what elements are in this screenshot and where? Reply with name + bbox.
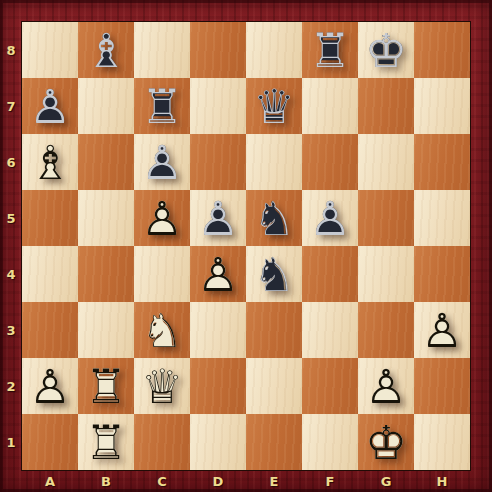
piece-white-pawn-c5[interactable]: ♟♙ xyxy=(134,190,190,246)
square-f1[interactable] xyxy=(302,414,358,470)
piece-outline-glyph: ♙ xyxy=(190,246,246,302)
chess-board: ♝♗♜♖♚♔♟♙♜♖♛♕♝♗♟♙♟♙♟♙♞♘♟♙♟♙♞♘♞♘♟♙♟♙♜♖♛♕♟♙… xyxy=(22,22,470,470)
square-d6[interactable] xyxy=(190,134,246,190)
square-c2[interactable]: ♛♕ xyxy=(134,358,190,414)
piece-outline-glyph: ♖ xyxy=(302,22,358,78)
piece-black-rook-c7[interactable]: ♜♖ xyxy=(134,78,190,134)
square-a8[interactable] xyxy=(22,22,78,78)
piece-outline-glyph: ♙ xyxy=(358,358,414,414)
piece-outline-glyph: ♗ xyxy=(78,22,134,78)
piece-outline-glyph: ♔ xyxy=(358,414,414,470)
rank-label-4: 4 xyxy=(0,246,22,302)
rank-label-2: 2 xyxy=(0,358,22,414)
square-h4[interactable] xyxy=(414,246,470,302)
file-label-h: H xyxy=(414,470,470,492)
file-label-f: F xyxy=(302,470,358,492)
square-h6[interactable] xyxy=(414,134,470,190)
piece-black-pawn-d5[interactable]: ♟♙ xyxy=(190,190,246,246)
square-h8[interactable] xyxy=(414,22,470,78)
square-c1[interactable] xyxy=(134,414,190,470)
square-e2[interactable] xyxy=(246,358,302,414)
piece-black-rook-f8[interactable]: ♜♖ xyxy=(302,22,358,78)
piece-black-pawn-a7[interactable]: ♟♙ xyxy=(22,78,78,134)
square-h5[interactable] xyxy=(414,190,470,246)
square-c7[interactable]: ♜♖ xyxy=(134,78,190,134)
piece-outline-glyph: ♕ xyxy=(246,78,302,134)
square-b3[interactable] xyxy=(78,302,134,358)
square-g5[interactable] xyxy=(358,190,414,246)
piece-outline-glyph: ♙ xyxy=(22,78,78,134)
rank-label-3: 3 xyxy=(0,302,22,358)
file-label-a: A xyxy=(22,470,78,492)
square-g6[interactable] xyxy=(358,134,414,190)
piece-white-pawn-d4[interactable]: ♟♙ xyxy=(190,246,246,302)
square-a2[interactable]: ♟♙ xyxy=(22,358,78,414)
board-frame: ♝♗♜♖♚♔♟♙♜♖♛♕♝♗♟♙♟♙♟♙♞♘♟♙♟♙♞♘♞♘♟♙♟♙♜♖♛♕♟♙… xyxy=(0,0,492,492)
square-g8[interactable]: ♚♔ xyxy=(358,22,414,78)
square-b4[interactable] xyxy=(78,246,134,302)
square-e5[interactable]: ♞♘ xyxy=(246,190,302,246)
rank-label-7: 7 xyxy=(0,78,22,134)
piece-black-pawn-c6[interactable]: ♟♙ xyxy=(134,134,190,190)
square-e3[interactable] xyxy=(246,302,302,358)
file-label-g: G xyxy=(358,470,414,492)
piece-white-king-g1[interactable]: ♚♔ xyxy=(358,414,414,470)
square-f4[interactable] xyxy=(302,246,358,302)
square-b2[interactable]: ♜♖ xyxy=(78,358,134,414)
square-d1[interactable] xyxy=(190,414,246,470)
piece-white-bishop-a6[interactable]: ♝♗ xyxy=(22,134,78,190)
piece-white-pawn-a2[interactable]: ♟♙ xyxy=(22,358,78,414)
square-c3[interactable]: ♞♘ xyxy=(134,302,190,358)
square-c4[interactable] xyxy=(134,246,190,302)
square-c5[interactable]: ♟♙ xyxy=(134,190,190,246)
square-b8[interactable]: ♝♗ xyxy=(78,22,134,78)
square-f8[interactable]: ♜♖ xyxy=(302,22,358,78)
square-g4[interactable] xyxy=(358,246,414,302)
square-b1[interactable]: ♜♖ xyxy=(78,414,134,470)
piece-outline-glyph: ♙ xyxy=(134,134,190,190)
square-f5[interactable]: ♟♙ xyxy=(302,190,358,246)
piece-outline-glyph: ♘ xyxy=(246,246,302,302)
piece-outline-glyph: ♙ xyxy=(414,302,470,358)
square-e1[interactable] xyxy=(246,414,302,470)
file-label-d: D xyxy=(190,470,246,492)
piece-outline-glyph: ♕ xyxy=(134,358,190,414)
rank-label-6: 6 xyxy=(0,134,22,190)
piece-black-bishop-b8[interactable]: ♝♗ xyxy=(78,22,134,78)
square-a3[interactable] xyxy=(22,302,78,358)
square-c6[interactable]: ♟♙ xyxy=(134,134,190,190)
piece-outline-glyph: ♙ xyxy=(134,190,190,246)
file-label-e: E xyxy=(246,470,302,492)
square-a5[interactable] xyxy=(22,190,78,246)
square-h3[interactable]: ♟♙ xyxy=(414,302,470,358)
piece-white-pawn-h3[interactable]: ♟♙ xyxy=(414,302,470,358)
square-d5[interactable]: ♟♙ xyxy=(190,190,246,246)
rank-label-5: 5 xyxy=(0,190,22,246)
square-a4[interactable] xyxy=(22,246,78,302)
square-h2[interactable] xyxy=(414,358,470,414)
rank-label-1: 1 xyxy=(0,414,22,470)
piece-outline-glyph: ♖ xyxy=(134,78,190,134)
piece-white-queen-c2[interactable]: ♛♕ xyxy=(134,358,190,414)
square-d4[interactable]: ♟♙ xyxy=(190,246,246,302)
square-a1[interactable] xyxy=(22,414,78,470)
square-g2[interactable]: ♟♙ xyxy=(358,358,414,414)
file-label-b: B xyxy=(78,470,134,492)
piece-outline-glyph: ♗ xyxy=(22,134,78,190)
rank-label-8: 8 xyxy=(0,22,22,78)
square-f2[interactable] xyxy=(302,358,358,414)
piece-black-queen-e7[interactable]: ♛♕ xyxy=(246,78,302,134)
piece-outline-glyph: ♖ xyxy=(78,358,134,414)
piece-outline-glyph: ♙ xyxy=(22,358,78,414)
square-b7[interactable] xyxy=(78,78,134,134)
piece-outline-glyph: ♙ xyxy=(190,190,246,246)
piece-black-knight-e4[interactable]: ♞♘ xyxy=(246,246,302,302)
piece-white-knight-c3[interactable]: ♞♘ xyxy=(134,302,190,358)
square-e7[interactable]: ♛♕ xyxy=(246,78,302,134)
square-b5[interactable] xyxy=(78,190,134,246)
square-a7[interactable]: ♟♙ xyxy=(22,78,78,134)
square-h7[interactable] xyxy=(414,78,470,134)
square-d2[interactable] xyxy=(190,358,246,414)
square-e4[interactable]: ♞♘ xyxy=(246,246,302,302)
piece-outline-glyph: ♘ xyxy=(134,302,190,358)
piece-black-knight-e5[interactable]: ♞♘ xyxy=(246,190,302,246)
square-d7[interactable] xyxy=(190,78,246,134)
square-f6[interactable] xyxy=(302,134,358,190)
square-g7[interactable] xyxy=(358,78,414,134)
piece-outline-glyph: ♖ xyxy=(78,414,134,470)
square-c8[interactable] xyxy=(134,22,190,78)
square-d8[interactable] xyxy=(190,22,246,78)
square-h1[interactable] xyxy=(414,414,470,470)
square-e8[interactable] xyxy=(246,22,302,78)
piece-outline-glyph: ♙ xyxy=(302,190,358,246)
piece-outline-glyph: ♘ xyxy=(246,190,302,246)
piece-outline-glyph: ♔ xyxy=(358,22,414,78)
piece-white-rook-b2[interactable]: ♜♖ xyxy=(78,358,134,414)
square-b6[interactable] xyxy=(78,134,134,190)
square-g1[interactable]: ♚♔ xyxy=(358,414,414,470)
piece-black-pawn-f5[interactable]: ♟♙ xyxy=(302,190,358,246)
square-a6[interactable]: ♝♗ xyxy=(22,134,78,190)
piece-black-king-g8[interactable]: ♚♔ xyxy=(358,22,414,78)
file-label-c: C xyxy=(134,470,190,492)
square-g3[interactable] xyxy=(358,302,414,358)
square-f3[interactable] xyxy=(302,302,358,358)
square-d3[interactable] xyxy=(190,302,246,358)
piece-white-rook-b1[interactable]: ♜♖ xyxy=(78,414,134,470)
piece-white-pawn-g2[interactable]: ♟♙ xyxy=(358,358,414,414)
square-e6[interactable] xyxy=(246,134,302,190)
square-f7[interactable] xyxy=(302,78,358,134)
